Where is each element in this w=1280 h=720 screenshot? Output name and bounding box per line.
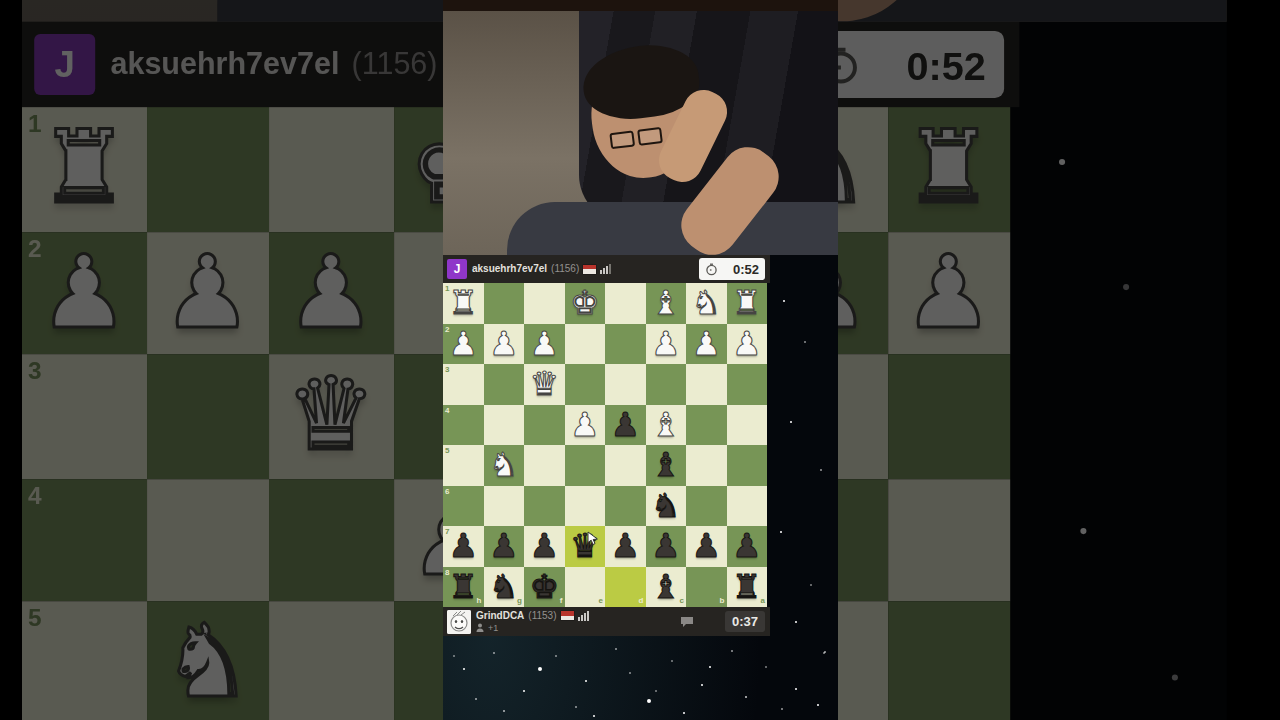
piece-white-pawn[interactable]: ♟ (489, 324, 519, 365)
square-f1[interactable] (524, 283, 565, 324)
stream-video: J aksuehrh7ev7el (1156) (443, 0, 838, 720)
square-g6[interactable] (484, 486, 525, 527)
square-e4[interactable]: ♟ (565, 405, 606, 446)
piece-black-pawn[interactable]: ♟ (529, 526, 559, 567)
piece-white-pawn[interactable]: ♟ (732, 324, 762, 365)
square-c1[interactable]: ♝ (646, 283, 687, 324)
piece-black-pawn[interactable]: ♟ (448, 526, 478, 567)
square-a4[interactable] (727, 405, 768, 446)
square-d4[interactable]: ♟ (605, 405, 646, 446)
rank-label-1: 1 (445, 285, 449, 293)
square-e6[interactable] (565, 486, 606, 527)
rank-label-3: 3 (445, 366, 449, 374)
square-g5[interactable]: ♞ (484, 445, 525, 486)
file-label-c: c (680, 597, 684, 605)
file-label-b: b (720, 597, 725, 605)
square-f5[interactable] (524, 445, 565, 486)
screenshot-root: J aksuehrh7ev7el (1156) (0, 0, 1280, 720)
square-e7[interactable]: ♛ (565, 526, 606, 567)
file-label-d: d (639, 597, 644, 605)
square-c3[interactable] (646, 364, 687, 405)
square-f8[interactable]: ♚f (524, 567, 565, 608)
clock-top: 0:52 (699, 258, 765, 280)
piece-white-rook[interactable]: ♜ (732, 283, 762, 324)
file-label-a: a (761, 597, 765, 605)
clock-top-time: 0:52 (733, 262, 759, 277)
square-e3[interactable] (565, 364, 606, 405)
square-a2[interactable]: ♟ (727, 324, 768, 365)
square-d6[interactable] (605, 486, 646, 527)
person-icon (476, 623, 484, 632)
square-f7[interactable]: ♟ (524, 526, 565, 567)
file-label-e: e (599, 597, 603, 605)
chat-bubble-icon[interactable] (680, 616, 694, 628)
square-a8[interactable]: ♜a (727, 567, 768, 608)
square-g8[interactable]: ♞g (484, 567, 525, 608)
square-f3[interactable]: ♛ (524, 364, 565, 405)
square-a3[interactable] (727, 364, 768, 405)
rank-label-7: 7 (445, 528, 449, 536)
piece-white-pawn[interactable]: ♟ (691, 324, 721, 365)
piece-white-pawn[interactable]: ♟ (448, 324, 478, 365)
square-e1[interactable]: ♚ (565, 283, 606, 324)
square-h1[interactable]: ♜1 (443, 283, 484, 324)
player-avatar-top[interactable]: J (447, 259, 467, 279)
square-h5[interactable]: 5 (443, 445, 484, 486)
player-rating-top: (1156) (551, 263, 579, 275)
square-d8[interactable]: d (605, 567, 646, 608)
square-h7[interactable]: ♟7 (443, 526, 484, 567)
square-c8[interactable]: ♝c (646, 567, 687, 608)
signal-bars-icon-top (600, 264, 613, 274)
square-a5[interactable] (727, 445, 768, 486)
player-bar-bottom: GrindDCA (1153) (443, 607, 770, 636)
player-avatar-bottom[interactable] (447, 610, 471, 634)
square-c6[interactable]: ♞ (646, 486, 687, 527)
piece-black-rook[interactable]: ♜ (448, 567, 478, 608)
square-d1[interactable] (605, 283, 646, 324)
square-g3[interactable] (484, 364, 525, 405)
square-e2[interactable] (565, 324, 606, 365)
piece-black-pawn[interactable]: ♟ (732, 526, 762, 567)
square-b8[interactable]: b (686, 567, 727, 608)
square-h6[interactable]: 6 (443, 486, 484, 527)
square-f4[interactable] (524, 405, 565, 446)
square-d5[interactable] (605, 445, 646, 486)
rank-label-2: 2 (445, 326, 449, 334)
square-g7[interactable]: ♟ (484, 526, 525, 567)
chess-app: J aksuehrh7ev7el (1156) (443, 255, 770, 636)
square-h2[interactable]: ♟2 (443, 324, 484, 365)
square-e5[interactable] (565, 445, 606, 486)
piece-black-bishop[interactable]: ♝ (651, 445, 681, 486)
streamer-torso (507, 202, 838, 255)
square-f6[interactable] (524, 486, 565, 527)
square-c2[interactable]: ♟ (646, 324, 687, 365)
player-name-top[interactable]: aksuehrh7ev7el (472, 263, 547, 275)
piece-black-pawn[interactable]: ♟ (610, 405, 640, 446)
mouse-cursor-icon (586, 531, 599, 550)
file-label-g: g (517, 597, 522, 605)
watchers-count: +1 (488, 622, 498, 634)
clock-bottom: 0:37 (725, 611, 765, 632)
square-d2[interactable] (605, 324, 646, 365)
timer-icon (705, 263, 718, 276)
square-c4[interactable]: ♝ (646, 405, 687, 446)
square-h8[interactable]: ♜8h (443, 567, 484, 608)
square-b1[interactable]: ♞ (686, 283, 727, 324)
rank-label-8: 8 (445, 569, 449, 577)
player-info-bottom: GrindDCA (1153) (476, 610, 591, 634)
square-g1[interactable] (484, 283, 525, 324)
square-h3[interactable]: 3 (443, 364, 484, 405)
player-bar-top: J aksuehrh7ev7el (1156) (443, 255, 770, 283)
piece-white-knight[interactable]: ♞ (691, 283, 721, 324)
rank-label-6: 6 (445, 488, 449, 496)
player-name-bottom[interactable]: GrindDCA (476, 610, 524, 622)
square-b5[interactable] (686, 445, 727, 486)
square-b3[interactable] (686, 364, 727, 405)
square-c5[interactable]: ♝ (646, 445, 687, 486)
piece-black-bishop[interactable]: ♝ (651, 567, 681, 608)
piece-white-pawn[interactable]: ♟ (529, 324, 559, 365)
square-h4[interactable]: 4 (443, 405, 484, 446)
piece-white-bishop[interactable]: ♝ (651, 283, 681, 324)
square-a1[interactable]: ♜ (727, 283, 768, 324)
clock-bottom-time: 0:37 (732, 614, 758, 629)
square-b7[interactable]: ♟ (686, 526, 727, 567)
flag-icon-top (583, 265, 596, 274)
square-g4[interactable] (484, 405, 525, 446)
square-c7[interactable]: ♟ (646, 526, 687, 567)
piece-black-pawn[interactable]: ♟ (691, 526, 721, 567)
piece-black-pawn[interactable]: ♟ (651, 526, 681, 567)
flag-icon-bottom (561, 611, 574, 620)
square-a7[interactable]: ♟ (727, 526, 768, 567)
webcam-view (443, 0, 838, 255)
square-b6[interactable] (686, 486, 727, 527)
piece-white-bishop[interactable]: ♝ (651, 405, 681, 446)
square-d3[interactable] (605, 364, 646, 405)
file-label-f: f (560, 597, 563, 605)
square-b2[interactable]: ♟ (686, 324, 727, 365)
rank-label-5: 5 (445, 447, 449, 455)
piece-white-pawn[interactable]: ♟ (651, 324, 681, 365)
file-label-h: h (477, 597, 482, 605)
chess-board: ♜1♚♝♞♜♟2♟♟♟♟♟3♛4♟♟♝5♞♝6♞♟7♟♟♛♟♟♟♟♜8h♞g♚f… (443, 283, 767, 607)
piece-black-knight[interactable]: ♞ (489, 567, 519, 608)
piece-white-king[interactable]: ♚ (570, 283, 600, 324)
square-d7[interactable]: ♟ (605, 526, 646, 567)
square-e8[interactable]: e (565, 567, 606, 608)
piece-black-rook[interactable]: ♜ (732, 567, 762, 608)
piece-black-knight[interactable]: ♞ (651, 486, 681, 527)
signal-bars-icon-bottom (578, 611, 591, 621)
square-f2[interactable]: ♟ (524, 324, 565, 365)
rank-label-4: 4 (445, 407, 449, 415)
piece-white-rook[interactable]: ♜ (448, 283, 478, 324)
square-g2[interactable]: ♟ (484, 324, 525, 365)
piece-black-pawn[interactable]: ♟ (489, 526, 519, 567)
piece-white-knight[interactable]: ♞ (489, 445, 519, 486)
square-a6[interactable] (727, 486, 768, 527)
webcam-top-edge (443, 0, 838, 11)
player-rating-bottom: (1153) (528, 610, 556, 622)
square-b4[interactable] (686, 405, 727, 446)
piece-black-king[interactable]: ♚ (529, 567, 559, 608)
piece-black-pawn[interactable]: ♟ (610, 526, 640, 567)
piece-white-pawn[interactable]: ♟ (570, 405, 600, 446)
avatar-doodle-face (447, 610, 471, 634)
piece-white-queen[interactable]: ♛ (529, 364, 559, 405)
